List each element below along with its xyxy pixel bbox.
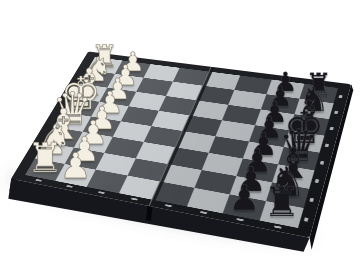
chess-set-photo: ♜♞♝♛♚♝♞♜♟♟♟♟♟♟♟♟♟♟♟♟♟♟♟♟♜♞♝♛♚♝♞♜ [0, 0, 360, 262]
